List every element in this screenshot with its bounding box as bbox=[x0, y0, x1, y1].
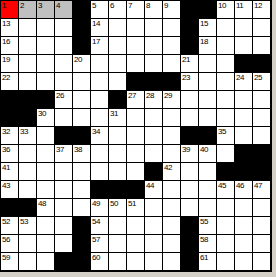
clue-number-49: 49 bbox=[92, 199, 100, 208]
black-cell-r5-c2 bbox=[37, 91, 55, 109]
cell-r0-c3[interactable]: 4 bbox=[55, 1, 73, 19]
cell-r6-c4[interactable] bbox=[73, 109, 91, 127]
clue-number-3: 3 bbox=[38, 1, 42, 10]
cell-r14-c11[interactable]: 61 bbox=[199, 253, 217, 271]
cell-r1-c5[interactable]: 14 bbox=[91, 19, 109, 37]
clue-number-45: 45 bbox=[218, 181, 226, 190]
cell-r8-c12[interactable] bbox=[217, 145, 235, 163]
cell-r6-c11[interactable] bbox=[199, 109, 217, 127]
cell-r2-c7[interactable] bbox=[127, 37, 145, 55]
cell-r2-c1[interactable] bbox=[19, 37, 37, 55]
clue-number-47: 47 bbox=[254, 181, 262, 190]
cell-r11-c10[interactable] bbox=[181, 199, 199, 217]
cell-r0-c0[interactable]: 1 bbox=[1, 1, 19, 19]
cell-r7-c8[interactable] bbox=[145, 127, 163, 145]
black-cell-r5-c0 bbox=[1, 91, 19, 109]
cell-r1-c14[interactable] bbox=[253, 19, 271, 37]
clue-number-15: 15 bbox=[200, 19, 208, 28]
cell-r8-c6[interactable] bbox=[109, 145, 127, 163]
cell-r12-c2[interactable] bbox=[37, 217, 55, 235]
black-cell-r7-c11 bbox=[199, 127, 217, 145]
cell-r13-c3[interactable] bbox=[55, 235, 73, 253]
clue-number-19: 19 bbox=[2, 55, 10, 64]
clue-number-51: 51 bbox=[128, 199, 136, 208]
cell-r10-c11[interactable] bbox=[199, 181, 217, 199]
black-cell-r3-c14 bbox=[253, 55, 271, 73]
cell-r9-c1[interactable] bbox=[19, 163, 37, 181]
cell-r14-c12[interactable] bbox=[217, 253, 235, 271]
black-cell-r9-c12 bbox=[217, 163, 235, 181]
cell-r2-c5[interactable]: 17 bbox=[91, 37, 109, 55]
cell-r8-c10[interactable]: 39 bbox=[181, 145, 199, 163]
cell-r9-c9[interactable]: 42 bbox=[163, 163, 181, 181]
clue-number-44: 44 bbox=[146, 181, 154, 190]
cell-r0-c12[interactable]: 10 bbox=[217, 1, 235, 19]
cell-r9-c6[interactable] bbox=[109, 163, 127, 181]
cell-r3-c6[interactable] bbox=[109, 55, 127, 73]
cell-r0-c5[interactable]: 5 bbox=[91, 1, 109, 19]
cell-r11-c6[interactable]: 50 bbox=[109, 199, 127, 217]
cell-r3-c12[interactable] bbox=[217, 55, 235, 73]
cell-r11-c11[interactable] bbox=[199, 199, 217, 217]
cell-r3-c9[interactable] bbox=[163, 55, 181, 73]
cell-r12-c6[interactable] bbox=[109, 217, 127, 235]
cell-r11-c4[interactable] bbox=[73, 199, 91, 217]
black-cell-r6-c0 bbox=[1, 109, 19, 127]
cell-r4-c3[interactable] bbox=[55, 73, 73, 91]
clue-number-52: 52 bbox=[2, 217, 10, 226]
black-cell-r8-c13 bbox=[235, 145, 253, 163]
cell-r12-c1[interactable]: 53 bbox=[19, 217, 37, 235]
black-cell-r14-c10 bbox=[181, 253, 199, 271]
cell-r13-c8[interactable] bbox=[145, 235, 163, 253]
cell-r5-c9[interactable]: 29 bbox=[163, 91, 181, 109]
cell-r12-c13[interactable] bbox=[235, 217, 253, 235]
cell-r3-c11[interactable] bbox=[199, 55, 217, 73]
clue-number-16: 16 bbox=[2, 37, 10, 46]
cell-r8-c7[interactable] bbox=[127, 145, 145, 163]
clue-number-26: 26 bbox=[56, 91, 64, 100]
cell-r8-c11[interactable]: 40 bbox=[199, 145, 217, 163]
black-cell-r4-c8 bbox=[145, 73, 163, 91]
cell-r10-c8[interactable]: 44 bbox=[145, 181, 163, 199]
cell-r10-c1[interactable] bbox=[19, 181, 37, 199]
clue-number-40: 40 bbox=[200, 145, 208, 154]
black-cell-r11-c0 bbox=[1, 199, 19, 217]
cell-r14-c9[interactable] bbox=[163, 253, 181, 271]
clue-number-50: 50 bbox=[110, 199, 118, 208]
cell-r3-c5[interactable] bbox=[91, 55, 109, 73]
clue-number-1: 1 bbox=[2, 1, 6, 10]
clue-number-8: 8 bbox=[146, 1, 150, 10]
black-cell-r4-c9 bbox=[163, 73, 181, 91]
cell-r4-c2[interactable] bbox=[37, 73, 55, 91]
clue-number-55: 55 bbox=[200, 217, 208, 226]
clue-number-28: 28 bbox=[146, 91, 154, 100]
cell-r6-c14[interactable] bbox=[253, 109, 271, 127]
cell-r12-c12[interactable] bbox=[217, 217, 235, 235]
cell-r5-c7[interactable]: 27 bbox=[127, 91, 145, 109]
cell-r6-c6[interactable]: 31 bbox=[109, 109, 127, 127]
cell-r10-c0[interactable]: 43 bbox=[1, 181, 19, 199]
cell-r10-c10[interactable] bbox=[181, 181, 199, 199]
black-cell-r5-c1 bbox=[19, 91, 37, 109]
black-cell-r1-c10 bbox=[181, 19, 199, 37]
cell-r5-c11[interactable] bbox=[199, 91, 217, 109]
clue-number-46: 46 bbox=[236, 181, 244, 190]
cell-r9-c0[interactable]: 41 bbox=[1, 163, 19, 181]
cell-r7-c13[interactable] bbox=[235, 127, 253, 145]
clue-number-11: 11 bbox=[236, 1, 243, 10]
cell-r8-c8[interactable] bbox=[145, 145, 163, 163]
cell-r4-c10[interactable]: 23 bbox=[181, 73, 199, 91]
clue-number-14: 14 bbox=[92, 19, 100, 28]
cell-r7-c14[interactable] bbox=[253, 127, 271, 145]
cell-r3-c1[interactable] bbox=[19, 55, 37, 73]
black-cell-r10-c5 bbox=[91, 181, 109, 199]
clue-number-41: 41 bbox=[2, 163, 10, 172]
cell-r6-c12[interactable] bbox=[217, 109, 235, 127]
cell-r10-c13[interactable]: 46 bbox=[235, 181, 253, 199]
cell-r10-c14[interactable]: 47 bbox=[253, 181, 271, 199]
black-cell-r10-c7 bbox=[127, 181, 145, 199]
cell-r3-c7[interactable] bbox=[127, 55, 145, 73]
cell-r5-c4[interactable] bbox=[73, 91, 91, 109]
black-cell-r3-c13 bbox=[235, 55, 253, 73]
clue-number-27: 27 bbox=[128, 91, 136, 100]
cell-r10-c12[interactable]: 45 bbox=[217, 181, 235, 199]
cell-r1-c8[interactable] bbox=[145, 19, 163, 37]
cell-r0-c6[interactable]: 6 bbox=[109, 1, 127, 19]
clue-number-29: 29 bbox=[164, 91, 172, 100]
cell-r9-c7[interactable] bbox=[127, 163, 145, 181]
cell-r4-c1[interactable] bbox=[19, 73, 37, 91]
clue-number-59: 59 bbox=[2, 253, 10, 262]
cell-r9-c4[interactable] bbox=[73, 163, 91, 181]
clue-number-33: 33 bbox=[20, 127, 28, 136]
clue-number-9: 9 bbox=[164, 1, 168, 10]
clue-number-10: 10 bbox=[218, 1, 226, 10]
cell-r13-c11[interactable]: 58 bbox=[199, 235, 217, 253]
clue-number-34: 34 bbox=[92, 127, 100, 136]
clue-number-60: 60 bbox=[92, 253, 100, 262]
cell-r6-c3[interactable] bbox=[55, 109, 73, 127]
cell-r8-c0[interactable]: 36 bbox=[1, 145, 19, 163]
cell-r8-c5[interactable] bbox=[91, 145, 109, 163]
cell-r2-c9[interactable] bbox=[163, 37, 181, 55]
cell-r1-c7[interactable] bbox=[127, 19, 145, 37]
cell-r8-c9[interactable] bbox=[163, 145, 181, 163]
black-cell-r10-c6 bbox=[109, 181, 127, 199]
cell-r8-c1[interactable] bbox=[19, 145, 37, 163]
clue-number-23: 23 bbox=[182, 73, 190, 82]
black-cell-r13-c4 bbox=[73, 235, 91, 253]
cell-r7-c7[interactable] bbox=[127, 127, 145, 145]
cell-r14-c5[interactable]: 60 bbox=[91, 253, 109, 271]
black-cell-r0-c10 bbox=[181, 1, 199, 19]
crossword-grid: 1234567891011121314151617181920212223242… bbox=[0, 0, 272, 272]
cell-r0-c1[interactable]: 2 bbox=[19, 1, 37, 19]
cell-r7-c2[interactable] bbox=[37, 127, 55, 145]
cell-r2-c3[interactable] bbox=[55, 37, 73, 55]
cell-r11-c13[interactable] bbox=[235, 199, 253, 217]
cell-r11-c12[interactable] bbox=[217, 199, 235, 217]
black-cell-r1-c4 bbox=[73, 19, 91, 37]
cell-r11-c7[interactable]: 51 bbox=[127, 199, 145, 217]
cell-r7-c9[interactable] bbox=[163, 127, 181, 145]
cell-r14-c0[interactable]: 59 bbox=[1, 253, 19, 271]
cell-r1-c0[interactable]: 13 bbox=[1, 19, 19, 37]
black-cell-r12-c4 bbox=[73, 217, 91, 235]
cell-r12-c5[interactable]: 54 bbox=[91, 217, 109, 235]
cell-r11-c8[interactable] bbox=[145, 199, 163, 217]
clue-number-39: 39 bbox=[182, 145, 190, 154]
black-cell-r7-c10 bbox=[181, 127, 199, 145]
cell-r10-c9[interactable] bbox=[163, 181, 181, 199]
cell-r6-c13[interactable] bbox=[235, 109, 253, 127]
black-cell-r7-c4 bbox=[73, 127, 91, 145]
cell-r12-c3[interactable] bbox=[55, 217, 73, 235]
clue-number-22: 22 bbox=[2, 73, 10, 82]
clue-number-21: 21 bbox=[182, 55, 190, 64]
clue-number-57: 57 bbox=[92, 235, 100, 244]
cell-r9-c5[interactable] bbox=[91, 163, 109, 181]
black-cell-r12-c10 bbox=[181, 217, 199, 235]
black-cell-r2-c10 bbox=[181, 37, 199, 55]
black-cell-r14-c4 bbox=[73, 253, 91, 271]
cell-r14-c8[interactable] bbox=[145, 253, 163, 271]
cell-r7-c6[interactable] bbox=[109, 127, 127, 145]
clue-number-5: 5 bbox=[92, 1, 96, 10]
cell-r11-c2[interactable]: 48 bbox=[37, 199, 55, 217]
cell-r7-c5[interactable]: 34 bbox=[91, 127, 109, 145]
cell-r10-c4[interactable] bbox=[73, 181, 91, 199]
cell-r6-c9[interactable] bbox=[163, 109, 181, 127]
cell-r9-c10[interactable] bbox=[181, 163, 199, 181]
clue-number-18: 18 bbox=[200, 37, 208, 46]
cell-r7-c1[interactable]: 33 bbox=[19, 127, 37, 145]
cell-r14-c14[interactable] bbox=[253, 253, 271, 271]
black-cell-r11-c1 bbox=[19, 199, 37, 217]
clue-number-61: 61 bbox=[200, 253, 208, 262]
cell-r1-c12[interactable] bbox=[217, 19, 235, 37]
cell-r8-c2[interactable] bbox=[37, 145, 55, 163]
cell-r2-c0[interactable]: 16 bbox=[1, 37, 19, 55]
clue-number-17: 17 bbox=[92, 37, 100, 46]
cell-r10-c3[interactable] bbox=[55, 181, 73, 199]
cell-r10-c2[interactable] bbox=[37, 181, 55, 199]
cell-r1-c9[interactable] bbox=[163, 19, 181, 37]
cell-r1-c11[interactable]: 15 bbox=[199, 19, 217, 37]
cell-r13-c13[interactable] bbox=[235, 235, 253, 253]
cell-r12-c7[interactable] bbox=[127, 217, 145, 235]
cell-r13-c6[interactable] bbox=[109, 235, 127, 253]
cell-r1-c6[interactable] bbox=[109, 19, 127, 37]
black-cell-r2-c4 bbox=[73, 37, 91, 55]
cell-r0-c7[interactable]: 7 bbox=[127, 1, 145, 19]
black-cell-r9-c14 bbox=[253, 163, 271, 181]
clue-number-38: 38 bbox=[74, 145, 82, 154]
cell-r9-c2[interactable] bbox=[37, 163, 55, 181]
black-cell-r9-c8 bbox=[145, 163, 163, 181]
black-cell-r8-c14 bbox=[253, 145, 271, 163]
cell-r6-c7[interactable] bbox=[127, 109, 145, 127]
cell-r11-c14[interactable] bbox=[253, 199, 271, 217]
clue-number-35: 35 bbox=[218, 127, 226, 136]
cell-r2-c8[interactable] bbox=[145, 37, 163, 55]
cell-r0-c8[interactable]: 8 bbox=[145, 1, 163, 19]
clue-number-36: 36 bbox=[2, 145, 10, 154]
cell-r12-c8[interactable] bbox=[145, 217, 163, 235]
cell-r2-c14[interactable] bbox=[253, 37, 271, 55]
cell-r12-c0[interactable]: 52 bbox=[1, 217, 19, 235]
cell-r13-c12[interactable] bbox=[217, 235, 235, 253]
black-cell-r9-c13 bbox=[235, 163, 253, 181]
cell-r6-c10[interactable] bbox=[181, 109, 199, 127]
black-cell-r6-c1 bbox=[19, 109, 37, 127]
black-cell-r0-c4 bbox=[73, 1, 91, 19]
cell-r3-c3[interactable] bbox=[55, 55, 73, 73]
cell-r14-c13[interactable] bbox=[235, 253, 253, 271]
cell-r4-c11[interactable] bbox=[199, 73, 217, 91]
cell-r14-c7[interactable] bbox=[127, 253, 145, 271]
cell-r11-c9[interactable] bbox=[163, 199, 181, 217]
cell-r1-c3[interactable] bbox=[55, 19, 73, 37]
cell-r14-c6[interactable] bbox=[109, 253, 127, 271]
cell-r4-c12[interactable] bbox=[217, 73, 235, 91]
clue-number-54: 54 bbox=[92, 217, 100, 226]
cell-r5-c8[interactable]: 28 bbox=[145, 91, 163, 109]
cell-r5-c3[interactable]: 26 bbox=[55, 91, 73, 109]
clue-number-43: 43 bbox=[2, 181, 10, 190]
clue-number-2: 2 bbox=[20, 1, 24, 10]
clue-number-12: 12 bbox=[254, 1, 262, 10]
cell-r0-c14[interactable]: 12 bbox=[253, 1, 271, 19]
black-cell-r5-c6 bbox=[109, 91, 127, 109]
cell-r2-c6[interactable] bbox=[109, 37, 127, 55]
clue-number-6: 6 bbox=[110, 1, 114, 10]
cell-r13-c0[interactable]: 56 bbox=[1, 235, 19, 253]
cell-r0-c13[interactable]: 11 bbox=[235, 1, 253, 19]
cell-r1-c1[interactable] bbox=[19, 19, 37, 37]
clue-number-32: 32 bbox=[2, 127, 10, 136]
cell-r13-c9[interactable] bbox=[163, 235, 181, 253]
cell-r5-c5[interactable] bbox=[91, 91, 109, 109]
clue-number-58: 58 bbox=[200, 235, 208, 244]
cell-r8-c4[interactable]: 38 bbox=[73, 145, 91, 163]
cell-r5-c10[interactable] bbox=[181, 91, 199, 109]
cell-r5-c14[interactable] bbox=[253, 91, 271, 109]
clue-number-20: 20 bbox=[74, 55, 82, 64]
cell-r4-c5[interactable] bbox=[91, 73, 109, 91]
cell-r7-c0[interactable]: 32 bbox=[1, 127, 19, 145]
cell-r5-c12[interactable] bbox=[217, 91, 235, 109]
black-cell-r7-c3 bbox=[55, 127, 73, 145]
black-cell-r0-c11 bbox=[199, 1, 217, 19]
clue-number-24: 24 bbox=[236, 73, 244, 82]
clue-number-56: 56 bbox=[2, 235, 10, 244]
cell-r2-c2[interactable] bbox=[37, 37, 55, 55]
clue-number-13: 13 bbox=[2, 19, 10, 28]
cell-r13-c2[interactable] bbox=[37, 235, 55, 253]
cell-r13-c14[interactable] bbox=[253, 235, 271, 253]
cell-r3-c8[interactable] bbox=[145, 55, 163, 73]
cell-r1-c2[interactable] bbox=[37, 19, 55, 37]
black-cell-r13-c10 bbox=[181, 235, 199, 253]
clue-number-7: 7 bbox=[128, 1, 132, 10]
cell-r5-c13[interactable] bbox=[235, 91, 253, 109]
cell-r4-c14[interactable]: 25 bbox=[253, 73, 271, 91]
cell-r2-c11[interactable]: 18 bbox=[199, 37, 217, 55]
clue-number-4: 4 bbox=[56, 1, 60, 10]
clue-number-30: 30 bbox=[38, 109, 46, 118]
cell-r12-c9[interactable] bbox=[163, 217, 181, 235]
clue-number-42: 42 bbox=[164, 163, 172, 172]
cell-r3-c2[interactable] bbox=[37, 55, 55, 73]
cell-r11-c5[interactable]: 49 bbox=[91, 199, 109, 217]
cell-r2-c13[interactable] bbox=[235, 37, 253, 55]
cell-r9-c3[interactable] bbox=[55, 163, 73, 181]
cell-r11-c3[interactable] bbox=[55, 199, 73, 217]
cell-r9-c11[interactable] bbox=[199, 163, 217, 181]
cell-r6-c5[interactable] bbox=[91, 109, 109, 127]
cell-r4-c6[interactable] bbox=[109, 73, 127, 91]
cell-r4-c4[interactable] bbox=[73, 73, 91, 91]
cell-r3-c4[interactable]: 20 bbox=[73, 55, 91, 73]
clue-number-25: 25 bbox=[254, 73, 262, 82]
cell-r8-c3[interactable]: 37 bbox=[55, 145, 73, 163]
black-cell-r4-c7 bbox=[127, 73, 145, 91]
cell-r7-c12[interactable]: 35 bbox=[217, 127, 235, 145]
clue-number-37: 37 bbox=[56, 145, 64, 154]
cell-r4-c0[interactable]: 22 bbox=[1, 73, 19, 91]
cell-r0-c2[interactable]: 3 bbox=[37, 1, 55, 19]
cell-r13-c5[interactable]: 57 bbox=[91, 235, 109, 253]
cell-r14-c2[interactable] bbox=[37, 253, 55, 271]
cell-r13-c7[interactable] bbox=[127, 235, 145, 253]
clue-number-48: 48 bbox=[38, 199, 46, 208]
black-cell-r14-c3 bbox=[55, 253, 73, 271]
cell-r3-c10[interactable]: 21 bbox=[181, 55, 199, 73]
clue-number-53: 53 bbox=[20, 217, 28, 226]
cell-r6-c2[interactable]: 30 bbox=[37, 109, 55, 127]
cell-r12-c14[interactable] bbox=[253, 217, 271, 235]
cell-r6-c8[interactable] bbox=[145, 109, 163, 127]
cell-r3-c0[interactable]: 19 bbox=[1, 55, 19, 73]
clue-number-31: 31 bbox=[110, 109, 118, 118]
cell-r2-c12[interactable] bbox=[217, 37, 235, 55]
cell-r4-c13[interactable]: 24 bbox=[235, 73, 253, 91]
cell-r13-c1[interactable] bbox=[19, 235, 37, 253]
cell-r1-c13[interactable] bbox=[235, 19, 253, 37]
cell-r0-c9[interactable]: 9 bbox=[163, 1, 181, 19]
cell-r12-c11[interactable]: 55 bbox=[199, 217, 217, 235]
cell-r14-c1[interactable] bbox=[19, 253, 37, 271]
